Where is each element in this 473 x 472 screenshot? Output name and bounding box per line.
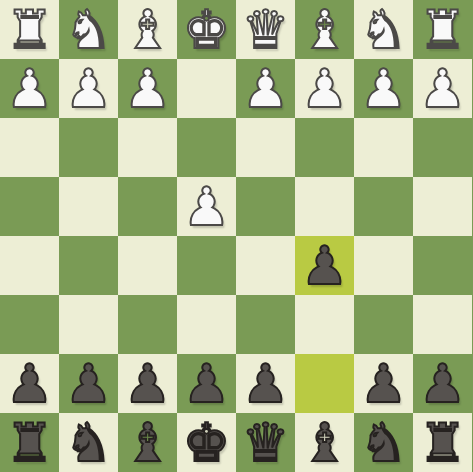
black-pawn[interactable]: ♟ — [419, 354, 467, 413]
square-g7[interactable]: ♟ — [59, 354, 118, 413]
white-pawn[interactable]: ♟ — [301, 59, 349, 118]
square-b6[interactable] — [354, 295, 413, 354]
square-b7[interactable]: ♟ — [354, 354, 413, 413]
black-knight[interactable]: ♞ — [360, 413, 408, 472]
square-e7[interactable]: ♟ — [177, 354, 236, 413]
white-pawn[interactable]: ♟ — [360, 59, 408, 118]
white-pawn[interactable]: ♟ — [419, 59, 467, 118]
black-bishop[interactable]: ♝ — [301, 413, 349, 472]
square-f8[interactable]: ♝ — [118, 413, 177, 472]
square-g2[interactable]: ♟ — [59, 59, 118, 118]
square-d3[interactable] — [236, 118, 295, 177]
black-rook[interactable]: ♜ — [419, 413, 467, 472]
square-d5[interactable] — [236, 236, 295, 295]
white-king[interactable]: ♚ — [183, 0, 231, 59]
square-f3[interactable] — [118, 118, 177, 177]
square-f6[interactable] — [118, 295, 177, 354]
square-b8[interactable]: ♞ — [354, 413, 413, 472]
square-h8[interactable]: ♜ — [0, 413, 59, 472]
square-g8[interactable]: ♞ — [59, 413, 118, 472]
black-pawn[interactable]: ♟ — [360, 354, 408, 413]
white-pawn[interactable]: ♟ — [65, 59, 113, 118]
white-bishop[interactable]: ♝ — [301, 0, 349, 59]
white-queen[interactable]: ♛ — [242, 0, 290, 59]
square-a2[interactable]: ♟ — [413, 59, 472, 118]
square-d6[interactable] — [236, 295, 295, 354]
square-d7[interactable]: ♟ — [236, 354, 295, 413]
square-c7[interactable] — [295, 354, 354, 413]
black-pawn[interactable]: ♟ — [6, 354, 54, 413]
chess-board: ♜♞♝♚♛♝♞♜♟♟♟♟♟♟♟♟♟♟♟♟♟♟♟♟♜♞♝♚♛♝♞♜ — [0, 0, 472, 472]
square-c8[interactable]: ♝ — [295, 413, 354, 472]
square-a4[interactable] — [413, 177, 472, 236]
square-d1[interactable]: ♛ — [236, 0, 295, 59]
square-h3[interactable] — [0, 118, 59, 177]
black-rook[interactable]: ♜ — [6, 413, 54, 472]
black-pawn[interactable]: ♟ — [242, 354, 290, 413]
square-c5[interactable]: ♟ — [295, 236, 354, 295]
square-g4[interactable] — [59, 177, 118, 236]
square-b1[interactable]: ♞ — [354, 0, 413, 59]
square-d4[interactable] — [236, 177, 295, 236]
black-pawn[interactable]: ♟ — [124, 354, 172, 413]
square-c2[interactable]: ♟ — [295, 59, 354, 118]
square-h5[interactable] — [0, 236, 59, 295]
white-rook[interactable]: ♜ — [419, 0, 467, 59]
white-pawn[interactable]: ♟ — [183, 177, 231, 236]
square-b5[interactable] — [354, 236, 413, 295]
black-queen[interactable]: ♛ — [242, 413, 290, 472]
square-g5[interactable] — [59, 236, 118, 295]
white-knight[interactable]: ♞ — [360, 0, 408, 59]
square-h6[interactable] — [0, 295, 59, 354]
white-knight[interactable]: ♞ — [65, 0, 113, 59]
square-c6[interactable] — [295, 295, 354, 354]
square-e5[interactable] — [177, 236, 236, 295]
black-king[interactable]: ♚ — [183, 413, 231, 472]
square-a8[interactable]: ♜ — [413, 413, 472, 472]
square-a1[interactable]: ♜ — [413, 0, 472, 59]
black-pawn[interactable]: ♟ — [301, 236, 349, 295]
square-e8[interactable]: ♚ — [177, 413, 236, 472]
black-bishop[interactable]: ♝ — [124, 413, 172, 472]
white-bishop[interactable]: ♝ — [124, 0, 172, 59]
square-c1[interactable]: ♝ — [295, 0, 354, 59]
square-f2[interactable]: ♟ — [118, 59, 177, 118]
square-b3[interactable] — [354, 118, 413, 177]
square-e6[interactable] — [177, 295, 236, 354]
square-f1[interactable]: ♝ — [118, 0, 177, 59]
black-knight[interactable]: ♞ — [65, 413, 113, 472]
white-pawn[interactable]: ♟ — [242, 59, 290, 118]
square-h4[interactable] — [0, 177, 59, 236]
square-e2[interactable] — [177, 59, 236, 118]
square-d2[interactable]: ♟ — [236, 59, 295, 118]
square-h1[interactable]: ♜ — [0, 0, 59, 59]
black-pawn[interactable]: ♟ — [183, 354, 231, 413]
square-g1[interactable]: ♞ — [59, 0, 118, 59]
square-h7[interactable]: ♟ — [0, 354, 59, 413]
square-e1[interactable]: ♚ — [177, 0, 236, 59]
square-c3[interactable] — [295, 118, 354, 177]
white-pawn[interactable]: ♟ — [124, 59, 172, 118]
square-h2[interactable]: ♟ — [0, 59, 59, 118]
square-g6[interactable] — [59, 295, 118, 354]
square-e3[interactable] — [177, 118, 236, 177]
white-pawn[interactable]: ♟ — [6, 59, 54, 118]
square-f7[interactable]: ♟ — [118, 354, 177, 413]
square-d8[interactable]: ♛ — [236, 413, 295, 472]
square-c4[interactable] — [295, 177, 354, 236]
square-f5[interactable] — [118, 236, 177, 295]
square-a5[interactable] — [413, 236, 472, 295]
square-e4[interactable]: ♟ — [177, 177, 236, 236]
square-b2[interactable]: ♟ — [354, 59, 413, 118]
square-a7[interactable]: ♟ — [413, 354, 472, 413]
square-a6[interactable] — [413, 295, 472, 354]
black-pawn[interactable]: ♟ — [65, 354, 113, 413]
white-rook[interactable]: ♜ — [6, 0, 54, 59]
square-f4[interactable] — [118, 177, 177, 236]
square-b4[interactable] — [354, 177, 413, 236]
square-a3[interactable] — [413, 118, 472, 177]
square-g3[interactable] — [59, 118, 118, 177]
